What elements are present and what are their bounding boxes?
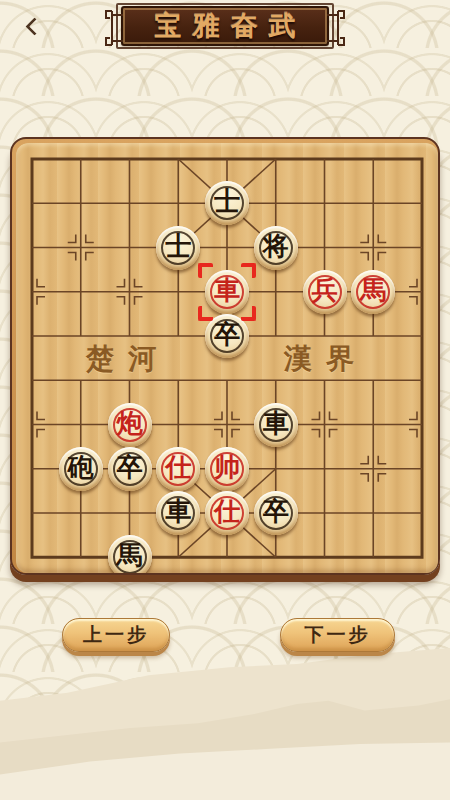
- chevron-left-icon: [25, 17, 43, 35]
- piece-glyph: 砲: [68, 455, 94, 481]
- piece-black-cannon[interactable]: 砲: [59, 447, 103, 491]
- piece-glyph: 兵: [312, 278, 338, 304]
- piece-black-horse[interactable]: 馬: [108, 535, 152, 573]
- piece-glyph: 卒: [214, 322, 240, 348]
- piece-black-general[interactable]: 将: [254, 226, 298, 270]
- board-surface[interactable]: 楚河 漢界 士士将車兵馬卒炮車砲卒仕帅車仕卒馬: [16, 143, 438, 573]
- piece-black-advisor[interactable]: 士: [205, 181, 249, 225]
- piece-glyph: 車: [263, 411, 289, 437]
- piece-glyph: 仕: [214, 499, 240, 525]
- piece-glyph: 車: [165, 499, 191, 525]
- piece-red-cannon[interactable]: 炮: [108, 403, 152, 447]
- piece-glyph: 卒: [117, 455, 143, 481]
- back-button[interactable]: [18, 12, 50, 44]
- piece-glyph: 士: [214, 189, 240, 215]
- piece-red-general[interactable]: 帅: [205, 447, 249, 491]
- piece-glyph: 将: [263, 234, 289, 260]
- piece-red-advisor[interactable]: 仕: [156, 447, 200, 491]
- previous-step-button[interactable]: 上一步: [62, 618, 170, 652]
- piece-glyph: 帅: [214, 455, 240, 481]
- page-title: 宝雅奋武: [144, 8, 307, 44]
- piece-black-advisor[interactable]: 士: [156, 226, 200, 270]
- xiangqi-board: 楚河 漢界 士士将車兵馬卒炮車砲卒仕帅車仕卒馬: [10, 137, 440, 575]
- piece-glyph: 仕: [165, 455, 191, 481]
- piece-red-horse[interactable]: 馬: [351, 270, 395, 314]
- piece-black-chariot[interactable]: 車: [156, 491, 200, 535]
- piece-glyph: 車: [214, 278, 240, 304]
- piece-red-advisor[interactable]: 仕: [205, 491, 249, 535]
- piece-glyph: 炮: [117, 411, 143, 437]
- piece-glyph: 馬: [117, 543, 143, 569]
- piece-black-chariot[interactable]: 車: [254, 403, 298, 447]
- mountain-backdrop-near: [0, 640, 450, 800]
- piece-red-soldier[interactable]: 兵: [303, 270, 347, 314]
- piece-glyph: 馬: [360, 278, 386, 304]
- piece-black-soldier[interactable]: 卒: [205, 314, 249, 358]
- banner-ornament-left-icon: [103, 4, 123, 52]
- pieces-layer: 士士将車兵馬卒炮車砲卒仕帅車仕卒馬: [16, 143, 438, 573]
- mountain-backdrop-far: [0, 640, 450, 800]
- banner-ornament-right-icon: [327, 4, 347, 52]
- piece-black-soldier[interactable]: 卒: [108, 447, 152, 491]
- piece-black-soldier[interactable]: 卒: [254, 491, 298, 535]
- mountain-backdrop-mid: [0, 640, 450, 800]
- next-step-button[interactable]: 下一步: [280, 618, 395, 652]
- piece-glyph: 士: [165, 234, 191, 260]
- title-banner: 宝雅奋武: [121, 6, 329, 46]
- piece-red-chariot[interactable]: 車: [205, 270, 249, 314]
- piece-glyph: 卒: [263, 499, 289, 525]
